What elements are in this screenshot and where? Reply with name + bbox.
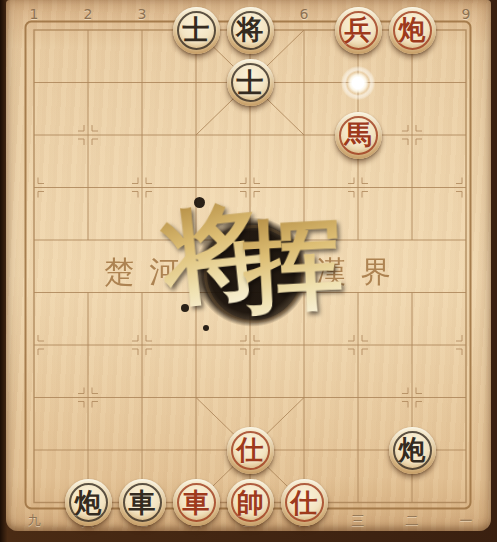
piece-glyph: 車 bbox=[183, 485, 210, 521]
file-label-top-3: 3 bbox=[138, 6, 147, 22]
piece-red-advisor[interactable]: 仕 bbox=[227, 427, 274, 474]
piece-glyph: 士 bbox=[237, 65, 264, 101]
piece-glyph: 士 bbox=[183, 12, 210, 48]
piece-black-general[interactable]: 将 bbox=[227, 7, 274, 54]
file-label-bottom-8: 二 bbox=[406, 512, 419, 530]
piece-red-advisor[interactable]: 仕 bbox=[281, 479, 328, 526]
piece-glyph: 炮 bbox=[75, 485, 102, 521]
river-text-left: 楚河 bbox=[104, 255, 194, 289]
piece-glyph: 炮 bbox=[399, 432, 426, 468]
file-label-bottom-1: 九 bbox=[28, 512, 41, 530]
file-label-top-2: 2 bbox=[84, 6, 93, 22]
file-label-top-9: 9 bbox=[462, 6, 471, 22]
piece-glyph: 帥 bbox=[237, 485, 264, 521]
piece-glyph: 兵 bbox=[345, 12, 372, 48]
file-label-top-6: 6 bbox=[300, 6, 309, 22]
piece-red-general[interactable]: 帥 bbox=[227, 479, 274, 526]
piece-red-soldier[interactable]: 兵 bbox=[335, 7, 382, 54]
piece-black-cannon[interactable]: 炮 bbox=[65, 479, 112, 526]
piece-black-advisor[interactable]: 士 bbox=[173, 7, 220, 54]
piece-glyph: 車 bbox=[129, 485, 156, 521]
piece-red-chariot[interactable]: 車 bbox=[173, 479, 220, 526]
file-label-bottom-9: 一 bbox=[460, 512, 473, 530]
piece-glyph: 馬 bbox=[345, 117, 372, 153]
piece-glyph: 将 bbox=[237, 12, 264, 48]
file-label-bottom-7: 三 bbox=[352, 512, 365, 530]
piece-red-cannon[interactable]: 炮 bbox=[389, 7, 436, 54]
piece-glyph: 仕 bbox=[237, 432, 264, 468]
piece-glyph: 仕 bbox=[291, 485, 318, 521]
piece-black-advisor[interactable]: 士 bbox=[227, 59, 274, 106]
river-text-right: 漢界 bbox=[316, 255, 406, 289]
xiangqi-board: 123456789 九八七六五四三二一 楚河 漢界 将 挥 士将兵炮士馬仕炮炮車… bbox=[0, 0, 497, 542]
move-indicator bbox=[341, 66, 375, 100]
piece-red-horse[interactable]: 馬 bbox=[335, 112, 382, 159]
file-label-top-1: 1 bbox=[30, 6, 39, 22]
piece-black-chariot[interactable]: 車 bbox=[119, 479, 166, 526]
piece-black-cannon[interactable]: 炮 bbox=[389, 427, 436, 474]
piece-glyph: 炮 bbox=[399, 12, 426, 48]
